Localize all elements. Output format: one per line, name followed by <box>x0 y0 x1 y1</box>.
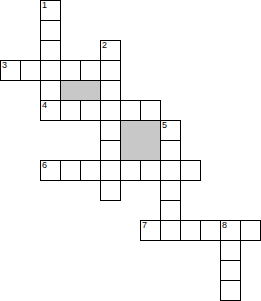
cell-r0-c2[interactable]: 1 <box>40 0 61 21</box>
cell-r10-c8[interactable] <box>160 200 181 221</box>
clue-number: 1 <box>42 1 47 10</box>
cell-r3-c3[interactable] <box>60 60 81 81</box>
cell-r8-c4[interactable] <box>80 160 101 181</box>
blocked-region <box>60 80 101 101</box>
cell-r3-c1[interactable] <box>20 60 41 81</box>
cell-r14-c11[interactable] <box>220 280 241 301</box>
cell-r3-c4[interactable] <box>80 60 101 81</box>
cell-r5-c3[interactable] <box>60 100 81 121</box>
clue-number: 4 <box>42 101 47 110</box>
cell-r3-c0[interactable]: 3 <box>0 60 21 81</box>
cell-r3-c2[interactable] <box>40 60 61 81</box>
cell-r11-c12[interactable] <box>240 220 261 241</box>
cell-r7-c8[interactable] <box>160 140 181 161</box>
cell-r8-c9[interactable] <box>180 160 201 181</box>
cell-r8-c7[interactable] <box>140 160 161 181</box>
cell-r6-c8[interactable]: 5 <box>160 120 181 141</box>
cell-r5-c2[interactable]: 4 <box>40 100 61 121</box>
cell-r5-c7[interactable] <box>140 100 161 121</box>
cell-r11-c9[interactable] <box>180 220 201 241</box>
cell-r8-c8[interactable] <box>160 160 181 181</box>
cell-r8-c2[interactable]: 6 <box>40 160 61 181</box>
cell-r2-c5[interactable]: 2 <box>100 40 121 61</box>
cell-r13-c11[interactable] <box>220 260 241 281</box>
clue-number: 7 <box>142 221 147 230</box>
clue-number: 5 <box>162 121 167 130</box>
clue-number: 2 <box>102 41 107 50</box>
clue-number: 6 <box>42 161 47 170</box>
cell-r8-c5[interactable] <box>100 160 121 181</box>
cell-r5-c6[interactable] <box>120 100 141 121</box>
cell-r6-c5[interactable] <box>100 120 121 141</box>
cell-r5-c5[interactable] <box>100 100 121 121</box>
cell-r9-c8[interactable] <box>160 180 181 201</box>
blocked-region <box>120 120 161 161</box>
cell-r5-c4[interactable] <box>80 100 101 121</box>
cell-r8-c6[interactable] <box>120 160 141 181</box>
cell-r7-c5[interactable] <box>100 140 121 161</box>
cell-r1-c2[interactable] <box>40 20 61 41</box>
cell-r11-c7[interactable]: 7 <box>140 220 161 241</box>
clue-number: 3 <box>2 61 7 70</box>
cell-r11-c11[interactable]: 8 <box>220 220 241 241</box>
cell-r9-c5[interactable] <box>100 180 121 201</box>
clue-number: 8 <box>222 221 227 230</box>
cell-r11-c8[interactable] <box>160 220 181 241</box>
cell-r8-c3[interactable] <box>60 160 81 181</box>
cell-r4-c2[interactable] <box>40 80 61 101</box>
crossword-grid: 12345678 <box>0 0 261 301</box>
cell-r3-c5[interactable] <box>100 60 121 81</box>
cell-r4-c5[interactable] <box>100 80 121 101</box>
cell-r11-c10[interactable] <box>200 220 221 241</box>
cell-r12-c11[interactable] <box>220 240 241 261</box>
cell-r2-c2[interactable] <box>40 40 61 61</box>
